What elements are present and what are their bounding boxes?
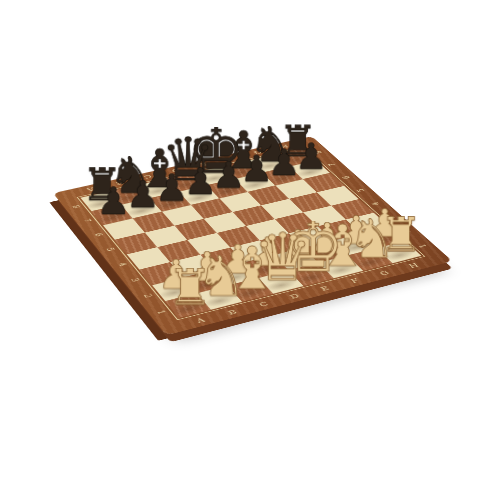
black-rook-h8: ♜ bbox=[260, 124, 335, 158]
black-queen-d8: ♛ bbox=[150, 136, 227, 184]
rank-label-8-left: 8 bbox=[69, 203, 82, 210]
rank-label-4-right: 4 bbox=[369, 200, 383, 207]
file-label-g-far: G bbox=[247, 148, 268, 156]
file-label-c-near: C bbox=[252, 299, 276, 309]
piece-shadow bbox=[260, 276, 303, 294]
piece-shadow bbox=[290, 269, 332, 287]
file-label-b-near: B bbox=[220, 307, 244, 317]
rank-label-5-right: 5 bbox=[354, 187, 368, 194]
file-label-g-near: G bbox=[373, 268, 396, 278]
file-label-e-far: E bbox=[193, 160, 214, 168]
rank-label-1-left: 1 bbox=[154, 308, 169, 317]
file-label-a-near: A bbox=[188, 315, 212, 325]
file-label-c-far: C bbox=[137, 173, 158, 181]
rank-label-7-left: 7 bbox=[80, 217, 94, 224]
rank-label-4-left: 4 bbox=[115, 260, 129, 268]
file-label-d-far: D bbox=[165, 166, 186, 174]
rank-label-2-right: 2 bbox=[399, 228, 414, 236]
square-h4 bbox=[331, 199, 374, 219]
file-label-d-near: D bbox=[283, 291, 307, 301]
file-label-h-far: H bbox=[274, 143, 295, 150]
rank-label-3-right: 3 bbox=[384, 214, 398, 221]
square-g3 bbox=[318, 219, 361, 240]
file-label-e-near: E bbox=[313, 284, 337, 294]
rank-label-1-right: 1 bbox=[415, 242, 430, 250]
black-bishop-f8: ♝ bbox=[206, 129, 282, 171]
piece-shadow bbox=[166, 300, 210, 319]
playing-field: ♜♞♝♛♚♝♞♜♟♟♟♟♟♟♟♟♟♟♟♟♟♟♟♟♜♞♝♛♚♝♞♜ bbox=[80, 148, 421, 318]
rank-label-8-right: 8 bbox=[312, 149, 325, 155]
file-label-f-near: F bbox=[343, 276, 367, 286]
chess-board: ♜♞♝♛♚♝♞♜♟♟♟♟♟♟♟♟♟♟♟♟♟♟♟♟♜♞♝♛♚♝♞♜ AABBCCD… bbox=[53, 136, 453, 335]
file-label-b-far: B bbox=[109, 179, 130, 187]
file-label-h-near: H bbox=[402, 261, 425, 270]
rank-label-6-right: 6 bbox=[339, 174, 353, 181]
file-label-f-far: F bbox=[220, 154, 241, 162]
file-label-a-far: A bbox=[80, 185, 102, 193]
chess-set-photo: ♜♞♝♛♚♝♞♜♟♟♟♟♟♟♟♟♟♟♟♟♟♟♟♟♜♞♝♛♚♝♞♜ AABBCCD… bbox=[0, 0, 500, 500]
rank-label-2-left: 2 bbox=[140, 292, 155, 301]
rank-label-5-left: 5 bbox=[103, 246, 117, 254]
rank-label-7-right: 7 bbox=[325, 161, 339, 168]
square-e4 bbox=[246, 219, 289, 240]
board-perspective-wrapper: ♜♞♝♛♚♝♞♜♟♟♟♟♟♟♟♟♟♟♟♟♟♟♟♟♜♞♝♛♚♝♞♜ AABBCCD… bbox=[96, 76, 396, 376]
rank-label-3-left: 3 bbox=[128, 276, 143, 284]
square-c4 bbox=[187, 233, 230, 255]
rank-label-6-left: 6 bbox=[92, 231, 106, 239]
